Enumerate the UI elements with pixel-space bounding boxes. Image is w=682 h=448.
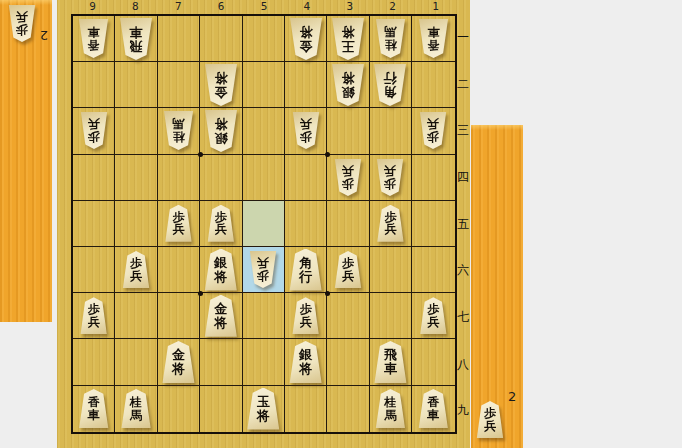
gote-silver[interactable]: 銀将: [204, 110, 238, 152]
sente-pawn[interactable]: 歩兵: [207, 205, 235, 242]
gote-hand-pawn-count: 2: [40, 28, 48, 43]
sente-pawn[interactable]: 歩兵: [80, 297, 108, 334]
square-57[interactable]: [243, 293, 285, 339]
square-68[interactable]: [200, 339, 242, 385]
hoshi-dot: [198, 152, 203, 157]
square-41[interactable]: 金将: [285, 16, 327, 62]
square-16[interactable]: [412, 247, 454, 293]
square-69[interactable]: [200, 386, 242, 432]
file-label-9: 9: [71, 0, 114, 13]
square-79[interactable]: [158, 386, 200, 432]
gote-pawn[interactable]: 歩兵: [334, 159, 362, 196]
square-64[interactable]: [200, 155, 242, 201]
square-42[interactable]: [285, 62, 327, 108]
sente-pawn[interactable]: 歩兵: [122, 251, 150, 288]
file-label-4: 4: [285, 0, 328, 13]
board-grid: 香車飛車金将王将桂馬香車金将銀将角行歩兵桂馬銀将歩兵歩兵歩兵歩兵歩兵歩兵歩兵歩兵…: [71, 14, 457, 434]
square-66[interactable]: 銀将: [200, 247, 242, 293]
square-82[interactable]: [115, 62, 157, 108]
square-38[interactable]: [327, 339, 369, 385]
sente-rook[interactable]: 飛車: [373, 341, 407, 383]
gote-king[interactable]: 王将: [331, 18, 365, 60]
square-78[interactable]: 金将: [158, 339, 200, 385]
square-45[interactable]: [285, 201, 327, 247]
sente-lance[interactable]: 香車: [78, 389, 109, 428]
square-92[interactable]: [73, 62, 115, 108]
square-27[interactable]: [370, 293, 412, 339]
shogi-board: 987654321 一二三四五六七八九 香車飛車金将王将桂馬香車金将銀将角行歩兵…: [57, 0, 470, 448]
square-95[interactable]: [73, 201, 115, 247]
file-label-7: 7: [157, 0, 200, 13]
rank-label-2: 二: [456, 61, 470, 108]
sente-bishop[interactable]: 角行: [289, 249, 323, 291]
rank-label-8: 八: [456, 341, 470, 388]
square-32[interactable]: 銀将: [327, 62, 369, 108]
square-37[interactable]: [327, 293, 369, 339]
square-81[interactable]: 飛車: [115, 16, 157, 62]
square-54[interactable]: [243, 155, 285, 201]
sente-pawn[interactable]: 歩兵: [334, 251, 362, 288]
square-65[interactable]: 歩兵: [200, 201, 242, 247]
hoshi-dot: [325, 291, 330, 296]
square-62[interactable]: 金将: [200, 62, 242, 108]
square-22[interactable]: 角行: [370, 62, 412, 108]
square-18[interactable]: [412, 339, 454, 385]
gote-rook[interactable]: 飛車: [119, 18, 153, 60]
rank-label-6: 六: [456, 247, 470, 294]
square-55[interactable]: [243, 201, 285, 247]
square-89[interactable]: 桂馬: [115, 386, 157, 432]
rank-label-9: 九: [456, 387, 470, 434]
square-96[interactable]: [73, 247, 115, 293]
square-31[interactable]: 王将: [327, 16, 369, 62]
gote-pawn[interactable]: 歩兵: [376, 159, 404, 196]
gote-gold[interactable]: 金将: [204, 64, 238, 106]
square-29[interactable]: 桂馬: [370, 386, 412, 432]
square-35[interactable]: [327, 201, 369, 247]
sente-hand-pawn-count: 2: [508, 389, 516, 404]
square-71[interactable]: [158, 16, 200, 62]
square-91[interactable]: 香車: [73, 16, 115, 62]
gote-pawn[interactable]: 歩兵: [80, 112, 108, 149]
square-33[interactable]: [327, 108, 369, 154]
sente-pawn[interactable]: 歩兵: [419, 297, 447, 334]
square-17[interactable]: 歩兵: [412, 293, 454, 339]
rank-label-1: 一: [456, 14, 470, 61]
square-67[interactable]: 金将: [200, 293, 242, 339]
square-88[interactable]: [115, 339, 157, 385]
sente-king[interactable]: 玉将: [246, 388, 280, 430]
square-94[interactable]: [73, 155, 115, 201]
gote-pawn[interactable]: 歩兵: [292, 112, 320, 149]
gote-pawn[interactable]: 歩兵: [419, 112, 447, 149]
rank-label-4: 四: [456, 154, 470, 201]
square-63[interactable]: 銀将: [200, 108, 242, 154]
square-84[interactable]: [115, 155, 157, 201]
file-label-2: 2: [371, 0, 414, 13]
square-86[interactable]: 歩兵: [115, 247, 157, 293]
square-21[interactable]: 桂馬: [370, 16, 412, 62]
sente-pawn[interactable]: 歩兵: [164, 205, 192, 242]
square-46[interactable]: 角行: [285, 247, 327, 293]
sente-silver[interactable]: 銀将: [289, 341, 323, 383]
square-24[interactable]: 歩兵: [370, 155, 412, 201]
sente-gold[interactable]: 金将: [161, 341, 195, 383]
square-48[interactable]: 銀将: [285, 339, 327, 385]
square-51[interactable]: [243, 16, 285, 62]
file-label-5: 5: [243, 0, 286, 13]
sente-knight[interactable]: 桂馬: [375, 389, 406, 428]
square-28[interactable]: 飛車: [370, 339, 412, 385]
file-label-8: 8: [114, 0, 157, 13]
square-34[interactable]: 歩兵: [327, 155, 369, 201]
square-44[interactable]: [285, 155, 327, 201]
square-56[interactable]: 歩兵: [243, 247, 285, 293]
sente-pawn[interactable]: 歩兵: [376, 205, 404, 242]
square-72[interactable]: [158, 62, 200, 108]
square-98[interactable]: [73, 339, 115, 385]
square-99[interactable]: 香車: [73, 386, 115, 432]
hoshi-dot: [198, 291, 203, 296]
gote-bishop[interactable]: 角行: [373, 64, 407, 106]
gote-hand-tray[interactable]: 歩兵 2: [0, 0, 52, 322]
square-36[interactable]: 歩兵: [327, 247, 369, 293]
square-49[interactable]: [285, 386, 327, 432]
square-53[interactable]: [243, 108, 285, 154]
square-83[interactable]: [115, 108, 157, 154]
gote-lance[interactable]: 香車: [78, 19, 109, 58]
square-25[interactable]: 歩兵: [370, 201, 412, 247]
gote-gold[interactable]: 金将: [289, 18, 323, 60]
gote-knight[interactable]: 桂馬: [163, 111, 194, 150]
sente-hand-tray[interactable]: 歩兵 2: [471, 125, 523, 448]
square-14[interactable]: [412, 155, 454, 201]
gote-lance[interactable]: 香車: [418, 19, 449, 58]
hoshi-dot: [325, 152, 330, 157]
square-77[interactable]: [158, 293, 200, 339]
file-label-3: 3: [328, 0, 371, 13]
square-47[interactable]: 歩兵: [285, 293, 327, 339]
sente-lance[interactable]: 香車: [418, 389, 449, 428]
square-12[interactable]: [412, 62, 454, 108]
rank-labels: 一二三四五六七八九: [456, 14, 470, 434]
square-87[interactable]: [115, 293, 157, 339]
sente-hand-pawn[interactable]: 歩兵: [476, 401, 504, 438]
file-label-1: 1: [414, 0, 457, 13]
gote-silver[interactable]: 銀将: [331, 64, 365, 106]
square-15[interactable]: [412, 201, 454, 247]
rank-label-5: 五: [456, 201, 470, 248]
square-59[interactable]: 玉将: [243, 386, 285, 432]
sente-knight[interactable]: 桂馬: [121, 389, 152, 428]
file-labels: 987654321: [71, 0, 457, 13]
gote-knight[interactable]: 桂馬: [375, 19, 406, 58]
square-85[interactable]: [115, 201, 157, 247]
gote-pawn[interactable]: 歩兵: [249, 251, 277, 288]
square-93[interactable]: 歩兵: [73, 108, 115, 154]
square-11[interactable]: 香車: [412, 16, 454, 62]
gote-hand-pawn[interactable]: 歩兵: [8, 5, 36, 42]
sente-gold[interactable]: 金将: [204, 295, 238, 337]
square-23[interactable]: [370, 108, 412, 154]
square-61[interactable]: [200, 16, 242, 62]
sente-silver[interactable]: 銀将: [204, 249, 238, 291]
square-75[interactable]: 歩兵: [158, 201, 200, 247]
square-19[interactable]: 香車: [412, 386, 454, 432]
square-73[interactable]: 桂馬: [158, 108, 200, 154]
square-39[interactable]: [327, 386, 369, 432]
rank-label-7: 七: [456, 294, 470, 341]
square-74[interactable]: [158, 155, 200, 201]
sente-pawn[interactable]: 歩兵: [292, 297, 320, 334]
file-label-6: 6: [200, 0, 243, 13]
square-58[interactable]: [243, 339, 285, 385]
square-26[interactable]: [370, 247, 412, 293]
square-76[interactable]: [158, 247, 200, 293]
square-13[interactable]: 歩兵: [412, 108, 454, 154]
rank-label-3: 三: [456, 107, 470, 154]
square-43[interactable]: 歩兵: [285, 108, 327, 154]
square-97[interactable]: 歩兵: [73, 293, 115, 339]
square-52[interactable]: [243, 62, 285, 108]
